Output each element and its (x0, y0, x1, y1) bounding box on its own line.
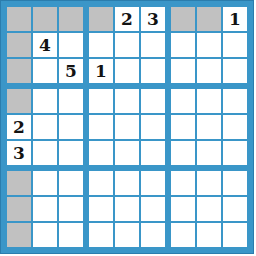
empty-cell-r8c7[interactable] (171, 197, 197, 223)
empty-cell-r8c2[interactable] (33, 197, 59, 223)
given-cell-r1c6[interactable]: 3 (141, 7, 171, 33)
empty-cell-r5c4[interactable] (89, 115, 115, 141)
empty-cell-r2c3[interactable] (59, 33, 89, 59)
empty-cell-r3c8[interactable] (197, 59, 223, 89)
given-cell-r1c5[interactable]: 2 (115, 7, 141, 33)
empty-cell-r4c9[interactable] (223, 89, 247, 115)
empty-cell-r5c5[interactable] (115, 115, 141, 141)
given-cell-r6c1[interactable]: 3 (7, 141, 33, 171)
shaded-cell-r4c1 (7, 89, 33, 115)
shaded-cell-r1c8 (197, 7, 223, 33)
empty-cell-r6c8[interactable] (197, 141, 223, 171)
empty-cell-r4c7[interactable] (171, 89, 197, 115)
given-cell-r3c4[interactable]: 1 (89, 59, 115, 89)
empty-cell-r7c8[interactable] (197, 171, 223, 197)
empty-cell-r3c9[interactable] (223, 59, 247, 89)
empty-cell-r6c6[interactable] (141, 141, 171, 171)
board-row-1: 231 (7, 7, 247, 33)
sudoku-board: 23145123 (0, 0, 254, 254)
empty-cell-r5c8[interactable] (197, 115, 223, 141)
empty-cell-r8c6[interactable] (141, 197, 171, 223)
empty-cell-r3c7[interactable] (171, 59, 197, 89)
empty-cell-r7c4[interactable] (89, 171, 115, 197)
empty-cell-r3c2[interactable] (33, 59, 59, 89)
empty-cell-r4c3[interactable] (59, 89, 89, 115)
empty-cell-r4c8[interactable] (197, 89, 223, 115)
empty-cell-r8c8[interactable] (197, 197, 223, 223)
empty-cell-r3c6[interactable] (141, 59, 171, 89)
shaded-cell-r9c1 (7, 223, 33, 247)
empty-cell-r7c7[interactable] (171, 171, 197, 197)
empty-cell-r4c5[interactable] (115, 89, 141, 115)
empty-cell-r9c9[interactable] (223, 223, 247, 247)
empty-cell-r6c3[interactable] (59, 141, 89, 171)
board-row-2: 4 (7, 33, 247, 59)
empty-cell-r4c2[interactable] (33, 89, 59, 115)
shaded-cell-r1c4 (89, 7, 115, 33)
shaded-cell-r8c1 (7, 197, 33, 223)
empty-cell-r9c5[interactable] (115, 223, 141, 247)
empty-cell-r2c6[interactable] (141, 33, 171, 59)
shaded-cell-r3c1 (7, 59, 33, 89)
empty-cell-r9c6[interactable] (141, 223, 171, 247)
empty-cell-r2c5[interactable] (115, 33, 141, 59)
empty-cell-r8c9[interactable] (223, 197, 247, 223)
shaded-cell-r1c3 (59, 7, 89, 33)
empty-cell-r8c5[interactable] (115, 197, 141, 223)
empty-cell-r6c9[interactable] (223, 141, 247, 171)
board-row-6: 3 (7, 141, 247, 171)
given-cell-r1c9[interactable]: 1 (223, 7, 247, 33)
board-row-3: 51 (7, 59, 247, 89)
empty-cell-r5c3[interactable] (59, 115, 89, 141)
empty-cell-r9c8[interactable] (197, 223, 223, 247)
empty-cell-r6c7[interactable] (171, 141, 197, 171)
shaded-cell-r1c7 (171, 7, 197, 33)
board-row-7 (7, 171, 247, 197)
empty-cell-r2c7[interactable] (171, 33, 197, 59)
empty-cell-r5c6[interactable] (141, 115, 171, 141)
empty-cell-r8c4[interactable] (89, 197, 115, 223)
board-row-8 (7, 197, 247, 223)
shaded-cell-r1c2 (33, 7, 59, 33)
empty-cell-r2c8[interactable] (197, 33, 223, 59)
given-cell-r3c3[interactable]: 5 (59, 59, 89, 89)
empty-cell-r9c3[interactable] (59, 223, 89, 247)
empty-cell-r6c5[interactable] (115, 141, 141, 171)
shaded-cell-r2c1 (7, 33, 33, 59)
empty-cell-r8c3[interactable] (59, 197, 89, 223)
empty-cell-r2c4[interactable] (89, 33, 115, 59)
empty-cell-r7c2[interactable] (33, 171, 59, 197)
empty-cell-r7c6[interactable] (141, 171, 171, 197)
empty-cell-r4c4[interactable] (89, 89, 115, 115)
empty-cell-r5c9[interactable] (223, 115, 247, 141)
shaded-cell-r7c1 (7, 171, 33, 197)
shaded-cell-r1c1 (7, 7, 33, 33)
empty-cell-r7c9[interactable] (223, 171, 247, 197)
given-cell-r2c2[interactable]: 4 (33, 33, 59, 59)
empty-cell-r6c4[interactable] (89, 141, 115, 171)
empty-cell-r2c9[interactable] (223, 33, 247, 59)
empty-cell-r5c2[interactable] (33, 115, 59, 141)
empty-cell-r9c2[interactable] (33, 223, 59, 247)
empty-cell-r7c5[interactable] (115, 171, 141, 197)
empty-cell-r3c5[interactable] (115, 59, 141, 89)
empty-cell-r9c4[interactable] (89, 223, 115, 247)
board-row-5: 2 (7, 115, 247, 141)
empty-cell-r6c2[interactable] (33, 141, 59, 171)
empty-cell-r9c7[interactable] (171, 223, 197, 247)
empty-cell-r5c7[interactable] (171, 115, 197, 141)
empty-cell-r4c6[interactable] (141, 89, 171, 115)
given-cell-r5c1[interactable]: 2 (7, 115, 33, 141)
board-row-4 (7, 89, 247, 115)
empty-cell-r7c3[interactable] (59, 171, 89, 197)
board-row-9 (7, 223, 247, 247)
